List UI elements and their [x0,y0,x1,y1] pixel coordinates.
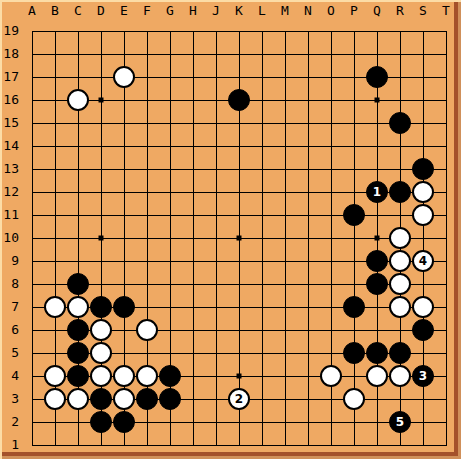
col-label-F: F [143,3,151,19]
row-label-16: 16 [2,92,19,108]
row-label-11: 11 [2,207,19,223]
col-label-Q: Q [373,3,381,19]
col-label-T: T [442,3,450,19]
stone-black-R2[interactable]: 5 [389,411,411,433]
stone-white-D6[interactable] [90,319,112,341]
row-label-5: 5 [2,345,19,361]
stone-black-S4[interactable]: 3 [412,365,434,387]
stone-white-R9[interactable] [389,250,411,272]
row-label-13: 13 [2,161,19,177]
star-point-K10 [237,236,242,241]
stone-black-D7[interactable] [90,296,112,318]
stone-white-S11[interactable] [412,204,434,226]
stone-black-P5[interactable] [343,342,365,364]
stone-white-S7[interactable] [412,296,434,318]
row-label-19: 19 [2,23,19,39]
stone-white-P3[interactable] [343,388,365,410]
stone-black-C5[interactable] [67,342,89,364]
stone-black-Q8[interactable] [366,273,388,295]
star-point-Q10 [375,236,380,241]
stone-white-F6[interactable] [136,319,158,341]
stone-black-Q9[interactable] [366,250,388,272]
stone-black-Q5[interactable] [366,342,388,364]
stone-black-S6[interactable] [412,319,434,341]
row-label-7: 7 [2,299,19,315]
row-label-8: 8 [2,276,19,292]
stone-white-S9[interactable]: 4 [412,250,434,272]
stone-black-C4[interactable] [67,365,89,387]
col-label-R: R [396,3,404,19]
row-label-18: 18 [2,46,19,62]
stone-white-B7[interactable] [44,296,66,318]
stone-white-C3[interactable] [67,388,89,410]
col-label-K: K [235,3,243,19]
row-label-4: 4 [2,368,19,384]
stone-white-F4[interactable] [136,365,158,387]
col-label-B: B [51,3,59,19]
go-board: ABCDEFGHJKLMNOPQRST191817161514131211109… [0,0,461,459]
stone-black-G4[interactable] [159,365,181,387]
col-label-P: P [350,3,358,19]
stone-white-E4[interactable] [113,365,135,387]
stone-white-C16[interactable] [67,89,89,111]
row-label-10: 10 [2,230,19,246]
row-label-17: 17 [2,69,19,85]
col-label-S: S [419,3,427,19]
stone-white-R8[interactable] [389,273,411,295]
stone-black-E7[interactable] [113,296,135,318]
row-label-3: 3 [2,391,19,407]
stone-black-C6[interactable] [67,319,89,341]
row-label-6: 6 [2,322,19,338]
stone-white-B4[interactable] [44,365,66,387]
row-label-1: 1 [2,437,19,453]
col-label-C: C [74,3,82,19]
stone-white-Q4[interactable] [366,365,388,387]
row-label-15: 15 [2,115,19,131]
row-label-12: 12 [2,184,19,200]
stone-black-Q12[interactable]: 1 [366,181,388,203]
col-label-H: H [189,3,197,19]
stone-black-C8[interactable] [67,273,89,295]
col-label-N: N [304,3,312,19]
stone-black-R12[interactable] [389,181,411,203]
stone-black-R15[interactable] [389,112,411,134]
col-label-O: O [327,3,335,19]
col-label-G: G [166,3,174,19]
star-point-D16 [99,98,104,103]
stone-white-R4[interactable] [389,365,411,387]
stone-black-F3[interactable] [136,388,158,410]
col-label-J: J [212,3,220,19]
stone-white-O4[interactable] [320,365,342,387]
stone-white-D5[interactable] [90,342,112,364]
stone-white-R7[interactable] [389,296,411,318]
col-label-L: L [258,3,266,19]
stone-white-K3[interactable]: 2 [228,388,250,410]
star-point-K4 [237,374,242,379]
stone-white-B3[interactable] [44,388,66,410]
star-point-Q16 [375,98,380,103]
stone-black-D3[interactable] [90,388,112,410]
col-label-A: A [28,3,36,19]
row-label-2: 2 [2,414,19,430]
stone-black-Q17[interactable] [366,66,388,88]
col-label-M: M [281,3,289,19]
stone-white-S12[interactable] [412,181,434,203]
star-point-D10 [99,236,104,241]
stone-white-C7[interactable] [67,296,89,318]
col-label-D: D [97,3,105,19]
stone-black-E2[interactable] [113,411,135,433]
stone-black-K16[interactable] [228,89,250,111]
col-label-E: E [120,3,128,19]
row-label-14: 14 [2,138,19,154]
stone-black-P7[interactable] [343,296,365,318]
stone-white-D4[interactable] [90,365,112,387]
stone-black-P11[interactable] [343,204,365,226]
stone-black-G3[interactable] [159,388,181,410]
stone-black-R5[interactable] [389,342,411,364]
stone-white-R10[interactable] [389,227,411,249]
stone-white-E3[interactable] [113,388,135,410]
stone-white-E17[interactable] [113,66,135,88]
row-label-9: 9 [2,253,19,269]
stone-black-D2[interactable] [90,411,112,433]
stone-black-S13[interactable] [412,158,434,180]
